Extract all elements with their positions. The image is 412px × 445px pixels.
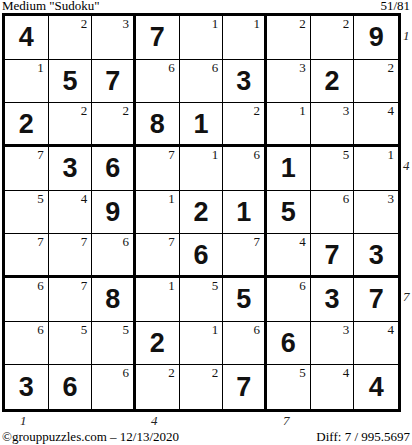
pencil-mark: 2 — [212, 365, 219, 380]
pencil-mark: 4 — [299, 234, 306, 249]
pencil-mark: 7 — [81, 278, 88, 293]
sudoku-cell-r6c4[interactable]: 7 — [136, 234, 180, 278]
cell-value: 3 — [5, 365, 48, 409]
pencil-mark: 6 — [123, 234, 130, 249]
pencil-mark: 2 — [81, 16, 88, 31]
pencil-mark: 1 — [254, 16, 261, 31]
sudoku-cell-r4c4[interactable]: 7 — [136, 147, 180, 191]
pencil-mark: 2 — [168, 365, 175, 380]
sudoku-cell-r3c5[interactable]: 1 — [180, 103, 224, 147]
sudoku-cell-r2c5[interactable]: 6 — [180, 60, 224, 104]
pencil-mark: 7 — [81, 234, 88, 249]
sudoku-cell-r9c3[interactable]: 6 — [92, 365, 136, 409]
pencil-mark: 2 — [343, 16, 350, 31]
sudoku-cell-r8c5[interactable]: 1 — [180, 322, 224, 366]
sudoku-cell-r4c9[interactable]: 1 — [354, 147, 398, 191]
pencil-mark: 4 — [388, 103, 395, 118]
pencil-mark: 3 — [343, 103, 350, 118]
cell-value: 7 — [311, 234, 354, 275]
cell-value: 7 — [223, 365, 264, 409]
pencil-mark: 5 — [81, 322, 88, 337]
sudoku-cell-r6c6[interactable]: 7 — [223, 234, 267, 278]
sudoku-cell-r3c4[interactable]: 8 — [136, 103, 180, 147]
sudoku-cell-r3c7[interactable]: 1 — [267, 103, 311, 147]
footer: ©grouppuzzles.com – 12/13/2020 Diff: 7 /… — [2, 429, 410, 445]
sudoku-cell-r1c4[interactable]: 7 — [136, 16, 180, 60]
sudoku-cell-r3c1[interactable]: 2 — [5, 103, 49, 147]
sudoku-cell-r9c9[interactable]: 4 — [354, 365, 398, 409]
cell-value: 5 — [49, 60, 92, 103]
sudoku-cell-r4c2[interactable]: 3 — [49, 147, 93, 191]
sudoku-cell-r7c6[interactable]: 5 — [223, 278, 267, 322]
sudoku-cell-r8c4[interactable]: 2 — [136, 322, 180, 366]
sudoku-cell-r4c7[interactable]: 1 — [267, 147, 311, 191]
sudoku-cell-r2c6[interactable]: 3 — [223, 60, 267, 104]
cell-value: 6 — [267, 322, 310, 365]
sudoku-cell-r5c5[interactable]: 2 — [180, 191, 224, 235]
sudoku-cell-r6c5[interactable]: 6 — [180, 234, 224, 278]
pencil-mark: 5 — [212, 278, 219, 293]
sudoku-cell-r1c6[interactable]: 1 — [223, 16, 267, 60]
pencil-mark: 3 — [123, 16, 130, 31]
sudoku-cell-r5c2[interactable]: 4 — [49, 191, 93, 235]
cell-value: 4 — [5, 16, 48, 59]
sudoku-cell-r7c1[interactable]: 6 — [5, 278, 49, 322]
sudoku-cell-r5c9[interactable]: 3 — [354, 191, 398, 235]
cell-value: 5 — [223, 278, 264, 321]
sudoku-cell-r2c8[interactable]: 2 — [311, 60, 355, 104]
sudoku-cell-r1c2[interactable]: 2 — [49, 16, 93, 60]
sudoku-cell-r8c8[interactable]: 3 — [311, 322, 355, 366]
pencil-mark: 7 — [37, 147, 44, 162]
pencil-mark: 4 — [343, 365, 350, 380]
pencil-mark: 1 — [212, 16, 219, 31]
cell-value: 1 — [180, 103, 223, 144]
cell-value: 2 — [311, 60, 354, 103]
sudoku-cell-r6c3[interactable]: 6 — [92, 234, 136, 278]
cell-value: 1 — [223, 191, 264, 234]
sudoku-cell-r9c5[interactable]: 2 — [180, 365, 224, 409]
header: Medium "Sudoku" 51/81 — [2, 0, 410, 14]
pencil-mark: 3 — [343, 322, 350, 337]
sudoku-cell-r8c7[interactable]: 6 — [267, 322, 311, 366]
sudoku-cell-r7c8[interactable]: 3 — [311, 278, 355, 322]
row-marker-1: 1 — [403, 28, 410, 44]
pencil-mark: 6 — [37, 322, 44, 337]
sudoku-cell-r4c3[interactable]: 6 — [92, 147, 136, 191]
pencil-mark: 3 — [388, 191, 395, 206]
sudoku-cell-r7c7[interactable]: 6 — [267, 278, 311, 322]
sudoku-cell-r9c4[interactable]: 2 — [136, 365, 180, 409]
pencil-mark: 5 — [343, 147, 350, 162]
pencil-mark: 1 — [212, 147, 219, 162]
sudoku-cell-r7c4[interactable]: 1 — [136, 278, 180, 322]
cell-value: 1 — [267, 147, 310, 190]
sudoku-cell-r5c1[interactable]: 5 — [5, 191, 49, 235]
sudoku-cell-r9c1[interactable]: 3 — [5, 365, 49, 409]
pencil-mark: 2 — [299, 16, 306, 31]
sudoku-cell-r9c8[interactable]: 4 — [311, 365, 355, 409]
pencil-mark: 5 — [123, 322, 130, 337]
sudoku-cell-r5c6[interactable]: 1 — [223, 191, 267, 235]
cell-value: 8 — [136, 103, 179, 144]
sudoku-cell-r5c7[interactable]: 5 — [267, 191, 311, 235]
pencil-mark: 7 — [168, 234, 175, 249]
pencil-mark: 2 — [123, 103, 130, 118]
sudoku-page: Medium "Sudoku" 51/81 423711229157663322… — [0, 0, 412, 445]
sudoku-cell-r6c9[interactable]: 3 — [354, 234, 398, 278]
sudoku-cell-r4c8[interactable]: 5 — [311, 147, 355, 191]
copyright-text: ©grouppuzzles.com – 12/13/2020 — [2, 429, 179, 445]
cell-value: 3 — [354, 234, 398, 275]
pencil-mark: 5 — [37, 191, 44, 206]
sudoku-cell-r5c4[interactable]: 1 — [136, 191, 180, 235]
sudoku-cell-r5c3[interactable]: 9 — [92, 191, 136, 235]
pencil-mark: 2 — [254, 103, 261, 118]
cell-value: 7 — [92, 60, 133, 103]
cell-value: 7 — [354, 278, 398, 321]
cell-value: 8 — [92, 278, 133, 321]
pencil-mark: 7 — [37, 234, 44, 249]
sudoku-cell-r3c9[interactable]: 4 — [354, 103, 398, 147]
cell-value: 3 — [311, 278, 354, 321]
sudoku-cell-r8c9[interactable]: 4 — [354, 322, 398, 366]
pencil-mark: 1 — [168, 278, 175, 293]
pencil-mark: 2 — [81, 103, 88, 118]
cell-value: 7 — [136, 16, 179, 59]
sudoku-cell-r2c9[interactable]: 2 — [354, 60, 398, 104]
sudoku-cell-r4c1[interactable]: 7 — [5, 147, 49, 191]
sudoku-cell-r9c2[interactable]: 6 — [49, 365, 93, 409]
sudoku-cell-r2c2[interactable]: 5 — [49, 60, 93, 104]
sudoku-cell-r2c1[interactable]: 1 — [5, 60, 49, 104]
pencil-mark: 2 — [388, 60, 395, 75]
sudoku-cell-r6c8[interactable]: 7 — [311, 234, 355, 278]
sudoku-cell-r6c1[interactable]: 7 — [5, 234, 49, 278]
cell-value: 2 — [136, 322, 179, 365]
sudoku-cell-r9c6[interactable]: 7 — [223, 365, 267, 409]
cell-value: 5 — [267, 191, 310, 234]
sudoku-cell-r1c7[interactable]: 2 — [267, 16, 311, 60]
row-marker-4: 4 — [403, 158, 410, 174]
sudoku-cell-r1c1[interactable]: 4 — [5, 16, 49, 60]
pencil-mark: 6 — [123, 365, 130, 380]
pencil-mark: 6 — [212, 60, 219, 75]
pencil-mark: 1 — [37, 60, 44, 75]
cell-value: 3 — [49, 147, 92, 190]
cell-value: 9 — [354, 16, 398, 59]
col-marker-1: 1 — [20, 413, 27, 429]
sudoku-cell-r4c6[interactable]: 6 — [223, 147, 267, 191]
sudoku-cell-r2c3[interactable]: 7 — [92, 60, 136, 104]
pencil-mark: 7 — [168, 147, 175, 162]
sudoku-cell-r2c7[interactable]: 3 — [267, 60, 311, 104]
col-marker-7: 7 — [283, 413, 290, 429]
progress-counter: 51/81 — [380, 0, 410, 14]
cell-value: 4 — [354, 365, 398, 409]
pencil-mark: 6 — [254, 322, 261, 337]
pencil-mark: 6 — [299, 278, 306, 293]
sudoku-cell-r1c3[interactable]: 3 — [92, 16, 136, 60]
sudoku-cell-r4c5[interactable]: 1 — [180, 147, 224, 191]
pencil-mark: 5 — [299, 365, 306, 380]
row-marker-7: 7 — [403, 289, 410, 305]
cell-value: 9 — [92, 191, 133, 234]
sudoku-cell-r8c3[interactable]: 5 — [92, 322, 136, 366]
sudoku-cell-r8c1[interactable]: 6 — [5, 322, 49, 366]
pencil-mark: 6 — [254, 147, 261, 162]
sudoku-cell-r6c7[interactable]: 4 — [267, 234, 311, 278]
pencil-mark: 7 — [254, 234, 261, 249]
sudoku-cell-r7c3[interactable]: 8 — [92, 278, 136, 322]
sudoku-cell-r7c5[interactable]: 5 — [180, 278, 224, 322]
sudoku-cell-r1c8[interactable]: 2 — [311, 16, 355, 60]
sudoku-cell-r8c2[interactable]: 5 — [49, 322, 93, 366]
pencil-mark: 1 — [388, 147, 395, 162]
sudoku-cell-r5c8[interactable]: 6 — [311, 191, 355, 235]
sudoku-cell-r9c7[interactable]: 5 — [267, 365, 311, 409]
cell-value: 6 — [180, 234, 223, 275]
cell-value: 3 — [223, 60, 264, 103]
sudoku-cell-r3c2[interactable]: 2 — [49, 103, 93, 147]
pencil-mark: 6 — [168, 60, 175, 75]
pencil-mark: 3 — [299, 60, 306, 75]
col-marker-4: 4 — [151, 413, 158, 429]
pencil-mark: 1 — [299, 103, 306, 118]
sudoku-cell-r3c8[interactable]: 3 — [311, 103, 355, 147]
sudoku-cell-r2c4[interactable]: 6 — [136, 60, 180, 104]
sudoku-cell-r1c9[interactable]: 9 — [354, 16, 398, 60]
pencil-mark: 1 — [212, 322, 219, 337]
sudoku-board: 4237112291576633222228121347367161515491… — [2, 13, 401, 412]
pencil-mark: 6 — [343, 191, 350, 206]
cell-value: 2 — [180, 191, 223, 234]
sudoku-cell-r8c6[interactable]: 6 — [223, 322, 267, 366]
sudoku-cell-r3c3[interactable]: 2 — [92, 103, 136, 147]
cell-value: 6 — [92, 147, 133, 190]
sudoku-cell-r7c2[interactable]: 7 — [49, 278, 93, 322]
sudoku-cell-r3c6[interactable]: 2 — [223, 103, 267, 147]
pencil-mark: 4 — [81, 191, 88, 206]
sudoku-cell-r6c2[interactable]: 7 — [49, 234, 93, 278]
cell-value: 2 — [5, 103, 48, 144]
cell-value: 6 — [49, 365, 92, 409]
sudoku-cell-r1c5[interactable]: 1 — [180, 16, 224, 60]
pencil-mark: 6 — [37, 278, 44, 293]
difficulty-text: Diff: 7 / 995.5697 — [316, 429, 410, 445]
pencil-mark: 4 — [388, 322, 395, 337]
sudoku-cell-r7c9[interactable]: 7 — [354, 278, 398, 322]
page-title: Medium "Sudoku" — [2, 0, 100, 14]
pencil-mark: 1 — [168, 191, 175, 206]
